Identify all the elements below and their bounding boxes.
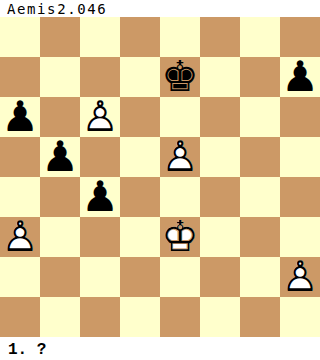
- square-a3[interactable]: ♟♙: [0, 217, 40, 257]
- square-b4[interactable]: [40, 177, 80, 217]
- square-b2[interactable]: [40, 257, 80, 297]
- chess-board: ♚♟♟♟♙♟♟♙♟♟♙♚♔♟♙: [0, 17, 320, 337]
- square-g3[interactable]: [240, 217, 280, 257]
- square-c2[interactable]: [80, 257, 120, 297]
- piece-black-pawn: ♟: [280, 57, 320, 97]
- square-e3[interactable]: ♚♔: [160, 217, 200, 257]
- square-e2[interactable]: [160, 257, 200, 297]
- piece-white-pawn: ♟♙: [280, 257, 320, 297]
- square-g7[interactable]: [240, 57, 280, 97]
- piece-black-pawn: ♟: [0, 97, 40, 137]
- square-f7[interactable]: [200, 57, 240, 97]
- puzzle-title: Aemis2.046: [7, 1, 107, 17]
- square-g2[interactable]: [240, 257, 280, 297]
- square-d2[interactable]: [120, 257, 160, 297]
- black-pawn-glyph: ♟: [80, 177, 120, 217]
- square-e7[interactable]: ♚: [160, 57, 200, 97]
- square-h1[interactable]: [280, 297, 320, 337]
- title-bar: Aemis2.046: [0, 0, 320, 17]
- square-f8[interactable]: [200, 17, 240, 57]
- square-g4[interactable]: [240, 177, 280, 217]
- square-e5[interactable]: ♟♙: [160, 137, 200, 177]
- white-pawn-outline: ♙: [160, 137, 200, 177]
- piece-white-pawn: ♟♙: [0, 217, 40, 257]
- chess-puzzle-window: Aemis2.046 ♚♟♟♟♙♟♟♙♟♟♙♚♔♟♙ 1. ?: [0, 0, 320, 360]
- square-g1[interactable]: [240, 297, 280, 337]
- piece-black-pawn: ♟: [80, 177, 120, 217]
- square-c1[interactable]: [80, 297, 120, 337]
- black-pawn-glyph: ♟: [0, 97, 40, 137]
- square-h3[interactable]: [280, 217, 320, 257]
- square-c6[interactable]: ♟♙: [80, 97, 120, 137]
- square-e4[interactable]: [160, 177, 200, 217]
- white-pawn-outline: ♙: [0, 217, 40, 257]
- square-h2[interactable]: ♟♙: [280, 257, 320, 297]
- white-king-outline: ♔: [160, 217, 200, 257]
- square-g8[interactable]: [240, 17, 280, 57]
- square-e6[interactable]: [160, 97, 200, 137]
- square-f3[interactable]: [200, 217, 240, 257]
- square-b3[interactable]: [40, 217, 80, 257]
- square-c5[interactable]: [80, 137, 120, 177]
- square-a1[interactable]: [0, 297, 40, 337]
- square-a7[interactable]: [0, 57, 40, 97]
- square-h5[interactable]: [280, 137, 320, 177]
- square-h4[interactable]: [280, 177, 320, 217]
- square-d1[interactable]: [120, 297, 160, 337]
- square-e8[interactable]: [160, 17, 200, 57]
- piece-white-pawn: ♟♙: [160, 137, 200, 177]
- piece-black-king: ♚: [160, 57, 200, 97]
- square-d6[interactable]: [120, 97, 160, 137]
- white-pawn-outline: ♙: [280, 257, 320, 297]
- square-e1[interactable]: [160, 297, 200, 337]
- black-pawn-glyph: ♟: [40, 137, 80, 177]
- move-prompt: 1. ?: [8, 341, 46, 359]
- square-f5[interactable]: [200, 137, 240, 177]
- black-king-glyph: ♚: [160, 57, 200, 97]
- square-d8[interactable]: [120, 17, 160, 57]
- square-c4[interactable]: ♟: [80, 177, 120, 217]
- square-b7[interactable]: [40, 57, 80, 97]
- square-b5[interactable]: ♟: [40, 137, 80, 177]
- square-c7[interactable]: [80, 57, 120, 97]
- square-f4[interactable]: [200, 177, 240, 217]
- square-d5[interactable]: [120, 137, 160, 177]
- square-c8[interactable]: [80, 17, 120, 57]
- square-g5[interactable]: [240, 137, 280, 177]
- square-a4[interactable]: [0, 177, 40, 217]
- square-a5[interactable]: [0, 137, 40, 177]
- square-f2[interactable]: [200, 257, 240, 297]
- white-pawn-outline: ♙: [80, 97, 120, 137]
- piece-white-king: ♚♔: [160, 217, 200, 257]
- square-b6[interactable]: [40, 97, 80, 137]
- square-h7[interactable]: ♟: [280, 57, 320, 97]
- square-f1[interactable]: [200, 297, 240, 337]
- square-b8[interactable]: [40, 17, 80, 57]
- square-h6[interactable]: [280, 97, 320, 137]
- square-g6[interactable]: [240, 97, 280, 137]
- square-a8[interactable]: [0, 17, 40, 57]
- square-a6[interactable]: ♟: [0, 97, 40, 137]
- footer-bar: 1. ?: [0, 337, 320, 360]
- square-f6[interactable]: [200, 97, 240, 137]
- square-d7[interactable]: [120, 57, 160, 97]
- piece-white-pawn: ♟♙: [80, 97, 120, 137]
- square-d4[interactable]: [120, 177, 160, 217]
- square-b1[interactable]: [40, 297, 80, 337]
- piece-black-pawn: ♟: [40, 137, 80, 177]
- square-a2[interactable]: [0, 257, 40, 297]
- black-pawn-glyph: ♟: [280, 57, 320, 97]
- square-h8[interactable]: [280, 17, 320, 57]
- square-c3[interactable]: [80, 217, 120, 257]
- square-d3[interactable]: [120, 217, 160, 257]
